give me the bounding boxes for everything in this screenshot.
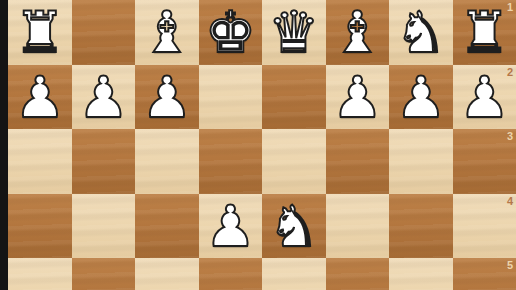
chess-board[interactable]: ♜♝♚♛♝♞♜1♟♟♟♟♟♟23♟♞45	[8, 0, 516, 290]
rank-label-3: 3	[507, 130, 513, 142]
chess-board-viewport: ♜♝♚♛♝♞♜1♟♟♟♟♟♟23♟♞45	[0, 0, 516, 290]
rank-label-5: 5	[507, 259, 513, 271]
square-b1[interactable]: ♞	[389, 0, 453, 65]
white-pawn-h2[interactable]: ♟	[14, 65, 65, 129]
square-b3[interactable]	[389, 129, 453, 194]
square-e4[interactable]: ♟	[199, 194, 263, 259]
white-pawn-b2[interactable]: ♟	[395, 65, 446, 129]
white-rook-a1[interactable]: ♜	[459, 0, 510, 64]
square-f2[interactable]: ♟	[135, 65, 199, 130]
rank-label-2: 2	[507, 66, 513, 78]
square-c2[interactable]: ♟	[326, 65, 390, 130]
board-left-edge-bar	[0, 0, 8, 290]
square-g3[interactable]	[72, 129, 136, 194]
white-bishop-f1[interactable]: ♝	[141, 0, 192, 64]
square-h1[interactable]: ♜	[8, 0, 72, 65]
rank-label-1: 1	[507, 1, 513, 13]
square-f4[interactable]	[135, 194, 199, 259]
square-g4[interactable]	[72, 194, 136, 259]
square-d2[interactable]	[262, 65, 326, 130]
white-knight-b1[interactable]: ♞	[395, 0, 446, 64]
square-d1[interactable]: ♛	[262, 0, 326, 65]
square-a1[interactable]: ♜1	[453, 0, 516, 65]
square-f3[interactable]	[135, 129, 199, 194]
square-d3[interactable]	[262, 129, 326, 194]
white-pawn-e4[interactable]: ♟	[205, 194, 256, 258]
white-pawn-a2[interactable]: ♟	[459, 65, 510, 129]
square-h3[interactable]	[8, 129, 72, 194]
white-king-e1[interactable]: ♚	[205, 0, 256, 64]
square-e1[interactable]: ♚	[199, 0, 263, 65]
white-pawn-c2[interactable]: ♟	[332, 65, 383, 129]
square-a4[interactable]: 4	[453, 194, 516, 259]
square-d4[interactable]: ♞	[262, 194, 326, 259]
square-a3[interactable]: 3	[453, 129, 516, 194]
square-e2[interactable]	[199, 65, 263, 130]
square-c1[interactable]: ♝	[326, 0, 390, 65]
square-b4[interactable]	[389, 194, 453, 259]
white-rook-h1[interactable]: ♜	[14, 0, 65, 64]
square-g1[interactable]	[72, 0, 136, 65]
square-f1[interactable]: ♝	[135, 0, 199, 65]
square-h5[interactable]	[8, 258, 72, 290]
white-pawn-f2[interactable]: ♟	[141, 65, 192, 129]
square-e5[interactable]	[199, 258, 263, 290]
white-knight-d4[interactable]: ♞	[268, 194, 319, 258]
square-b2[interactable]: ♟	[389, 65, 453, 130]
square-e3[interactable]	[199, 129, 263, 194]
square-c3[interactable]	[326, 129, 390, 194]
square-c4[interactable]	[326, 194, 390, 259]
square-f5[interactable]	[135, 258, 199, 290]
square-h2[interactable]: ♟	[8, 65, 72, 130]
square-g5[interactable]	[72, 258, 136, 290]
square-h4[interactable]	[8, 194, 72, 259]
rank-label-4: 4	[507, 195, 513, 207]
square-a2[interactable]: ♟2	[453, 65, 516, 130]
white-bishop-c1[interactable]: ♝	[332, 0, 383, 64]
square-b5[interactable]	[389, 258, 453, 290]
white-pawn-g2[interactable]: ♟	[78, 65, 129, 129]
square-c5[interactable]	[326, 258, 390, 290]
square-d5[interactable]	[262, 258, 326, 290]
square-g2[interactable]: ♟	[72, 65, 136, 130]
white-queen-d1[interactable]: ♛	[268, 0, 319, 64]
square-a5[interactable]: 5	[453, 258, 516, 290]
